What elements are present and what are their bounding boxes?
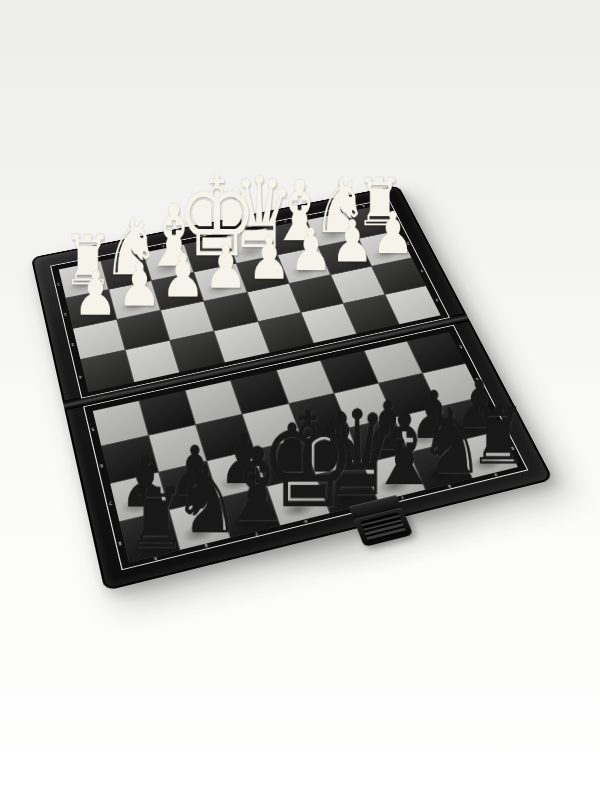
square-h5[interactable] (93, 401, 148, 446)
clasp-ribs-icon (360, 512, 406, 542)
square-h2[interactable]: ♟ (66, 290, 116, 328)
board-frame: hgfedcba 1234 1234 ♜♞♝♚♛♝♞♜♟♟♟♟♟♟♟♟ hgfe… (31, 185, 554, 591)
square-h8[interactable]: ♜ (120, 511, 180, 563)
scene: hgfedcba 1234 1234 ♜♞♝♚♛♝♞♜♟♟♟♟♟♟♟♟ hgfe… (0, 0, 600, 800)
square-h4[interactable] (81, 351, 134, 393)
chess-board: hgfedcba 1234 1234 ♜♞♝♚♛♝♞♜♟♟♟♟♟♟♟♟ hgfe… (31, 185, 554, 591)
piece-black-rook[interactable]: ♜ (120, 484, 192, 560)
piece-white-pawn[interactable]: ♟ (65, 269, 127, 325)
photo-background: hgfedcba 1234 1234 ♜♞♝♚♛♝♞♜♟♟♟♟♟♟♟♟ hgfe… (0, 0, 600, 800)
square-f5[interactable] (186, 380, 242, 423)
